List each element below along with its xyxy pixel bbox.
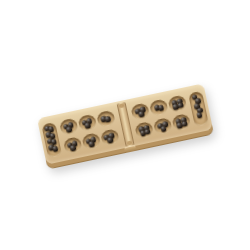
- mancala-board: [37, 83, 213, 164]
- stone: [196, 112, 203, 119]
- pit-near-2[interactable]: [81, 132, 101, 150]
- stone: [66, 126, 73, 133]
- stone: [88, 141, 95, 148]
- pit-near-3[interactable]: [100, 128, 120, 146]
- left-pit-grid: [58, 108, 121, 157]
- stone: [138, 111, 145, 118]
- stone: [52, 145, 59, 152]
- stone: [84, 122, 91, 129]
- right-pit-grid: [129, 92, 192, 141]
- pit-far-6[interactable]: [168, 95, 188, 113]
- board-half-right: [126, 84, 213, 146]
- hinge-latch: [124, 145, 136, 153]
- stone: [104, 116, 111, 123]
- pit-near-1[interactable]: [63, 136, 83, 154]
- photo-background: [0, 0, 250, 250]
- stone: [158, 105, 165, 112]
- pit-near-4[interactable]: [135, 121, 155, 139]
- pit-far-1[interactable]: [59, 118, 79, 136]
- store-right[interactable]: [188, 91, 209, 127]
- stone: [107, 137, 114, 144]
- pit-far-2[interactable]: [77, 114, 97, 132]
- stone: [160, 125, 167, 132]
- pit-near-5[interactable]: [153, 117, 173, 135]
- pit-far-4[interactable]: [131, 102, 151, 120]
- stone: [70, 145, 77, 152]
- pit-near-6[interactable]: [172, 113, 192, 131]
- pit-far-5[interactable]: [149, 98, 169, 116]
- stone: [144, 129, 151, 136]
- board-wrap: [37, 83, 213, 164]
- board-half-left: [37, 103, 124, 165]
- pit-far-3[interactable]: [96, 110, 116, 128]
- stone: [177, 102, 184, 109]
- stone: [181, 121, 188, 128]
